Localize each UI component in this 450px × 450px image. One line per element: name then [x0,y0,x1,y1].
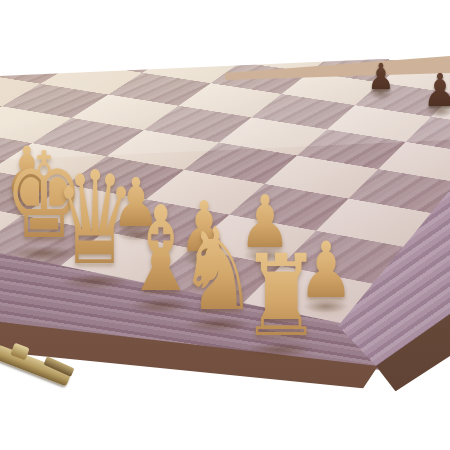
product-photo: ♟♟♟♟♚♟♟♛♝♟♞♜ [0,0,450,450]
brass-latch [0,336,86,388]
